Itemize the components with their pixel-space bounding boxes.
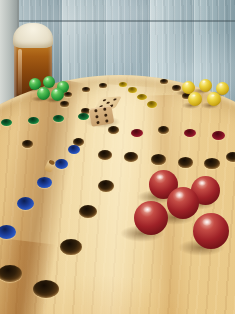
marble-highlight — [202, 218, 212, 226]
blue-hole — [37, 177, 52, 188]
die-pip — [102, 99, 106, 102]
natural-hole — [79, 205, 97, 218]
natural-hole — [60, 239, 82, 255]
die — [90, 97, 122, 127]
marble-highlight — [202, 80, 206, 83]
blue-hole — [17, 197, 34, 210]
die-pip — [96, 121, 100, 125]
red-marble — [134, 201, 168, 235]
natural-hole — [226, 152, 235, 162]
blue-hole — [55, 159, 68, 169]
red-hole — [131, 129, 143, 137]
green-hole — [53, 115, 64, 122]
die-pip — [94, 109, 98, 113]
natural-hole — [178, 157, 193, 168]
yellow-hole — [147, 101, 157, 108]
natural-hole — [160, 79, 168, 84]
marble-highlight — [175, 191, 184, 198]
marble-highlight — [219, 83, 223, 86]
marble-highlight — [192, 94, 196, 97]
yellow-marble — [207, 92, 221, 106]
die-pip — [104, 113, 108, 117]
marble-highlight — [211, 94, 215, 97]
natural-hole — [82, 87, 90, 92]
die-pip — [106, 102, 110, 105]
green-marble — [51, 88, 64, 101]
wall-seam — [0, 20, 235, 22]
marble-highlight — [156, 174, 164, 180]
blue-hole — [0, 225, 16, 239]
marble-highlight — [54, 89, 58, 92]
marble-highlight — [143, 206, 153, 213]
die-pip — [113, 98, 117, 101]
natural-hole — [22, 140, 33, 148]
scene — [0, 0, 235, 314]
yellow-hole — [119, 82, 127, 87]
marble-highlight — [40, 88, 44, 91]
marble-highlight — [198, 180, 206, 186]
red-hole — [212, 131, 225, 140]
natural-hole — [0, 265, 22, 282]
green-hole — [28, 117, 39, 124]
yellow-marble — [188, 92, 202, 106]
natural-hole — [204, 158, 220, 169]
marble-highlight — [60, 83, 63, 86]
die-pip — [105, 119, 109, 123]
red-marble — [193, 213, 229, 249]
marble-highlight — [32, 80, 35, 83]
blue-hole — [68, 145, 80, 154]
red-marble — [167, 187, 199, 219]
yellow-hole — [137, 94, 147, 100]
natural-hole — [98, 180, 114, 192]
glass-highlight — [18, 49, 22, 95]
marble-highlight — [46, 78, 49, 81]
marble-highlight — [185, 82, 189, 85]
natural-hole — [60, 101, 69, 107]
yellow-hole — [128, 87, 137, 93]
green-hole — [1, 119, 12, 126]
yellow-marble — [199, 79, 212, 92]
red-hole — [184, 129, 196, 137]
die-pip — [95, 115, 99, 119]
die-pip — [103, 108, 107, 112]
natural-hole — [158, 126, 169, 134]
natural-hole — [98, 150, 112, 160]
beer-foam — [13, 23, 53, 48]
natural-hole — [151, 154, 166, 165]
natural-hole — [124, 152, 138, 162]
natural-hole — [33, 280, 59, 298]
natural-hole — [99, 83, 107, 88]
